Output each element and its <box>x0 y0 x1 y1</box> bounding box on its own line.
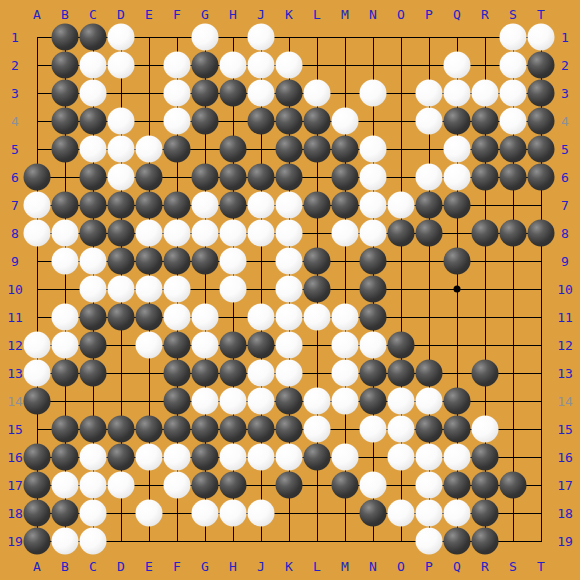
row-label-right-1: 1 <box>561 31 569 44</box>
row-label-right-3: 3 <box>561 87 569 100</box>
column-label-top-C: C <box>89 8 97 21</box>
white-stone-C5 <box>80 136 107 163</box>
white-stone-J16 <box>248 444 275 471</box>
white-stone-H14 <box>220 388 247 415</box>
black-stone-P13 <box>416 360 443 387</box>
black-stone-H17 <box>220 472 247 499</box>
row-label-left-16: 16 <box>7 451 23 464</box>
black-stone-B2 <box>52 52 79 79</box>
white-stone-M13 <box>332 360 359 387</box>
black-stone-F5 <box>164 136 191 163</box>
black-stone-A6 <box>24 164 51 191</box>
white-stone-E18 <box>136 500 163 527</box>
black-stone-H12 <box>220 332 247 359</box>
black-stone-L5 <box>304 136 331 163</box>
row-label-left-5: 5 <box>11 143 19 156</box>
white-stone-H18 <box>220 500 247 527</box>
white-stone-C19 <box>80 528 107 555</box>
black-stone-K17 <box>276 472 303 499</box>
white-stone-C9 <box>80 248 107 275</box>
black-stone-L9 <box>304 248 331 275</box>
column-label-bottom-G: G <box>201 560 209 573</box>
white-stone-Q5 <box>444 136 471 163</box>
white-stone-K11 <box>276 304 303 331</box>
black-stone-R17 <box>472 472 499 499</box>
black-stone-H3 <box>220 80 247 107</box>
black-stone-K6 <box>276 164 303 191</box>
black-stone-T8 <box>528 220 555 247</box>
white-stone-J11 <box>248 304 275 331</box>
black-stone-T3 <box>528 80 555 107</box>
row-label-right-13: 13 <box>557 367 573 380</box>
black-stone-B16 <box>52 444 79 471</box>
black-stone-K15 <box>276 416 303 443</box>
black-stone-G9 <box>192 248 219 275</box>
row-label-right-5: 5 <box>561 143 569 156</box>
white-stone-T1 <box>528 24 555 51</box>
white-stone-B8 <box>52 220 79 247</box>
black-stone-G3 <box>192 80 219 107</box>
white-stone-P3 <box>416 80 443 107</box>
black-stone-L7 <box>304 192 331 219</box>
black-stone-N18 <box>360 500 387 527</box>
white-stone-C3 <box>80 80 107 107</box>
black-stone-A16 <box>24 444 51 471</box>
black-stone-C13 <box>80 360 107 387</box>
white-stone-N3 <box>360 80 387 107</box>
white-stone-K12 <box>276 332 303 359</box>
row-label-left-10: 10 <box>7 283 23 296</box>
white-stone-G18 <box>192 500 219 527</box>
white-stone-G14 <box>192 388 219 415</box>
black-stone-R19 <box>472 528 499 555</box>
white-stone-K16 <box>276 444 303 471</box>
column-label-bottom-N: N <box>369 560 377 573</box>
black-stone-R16 <box>472 444 499 471</box>
white-stone-J18 <box>248 500 275 527</box>
column-label-top-T: T <box>537 8 545 21</box>
black-stone-C1 <box>80 24 107 51</box>
black-stone-F13 <box>164 360 191 387</box>
row-label-right-4: 4 <box>561 115 569 128</box>
row-label-left-6: 6 <box>11 171 19 184</box>
black-stone-P8 <box>416 220 443 247</box>
column-label-top-Q: Q <box>453 8 461 21</box>
white-stone-B17 <box>52 472 79 499</box>
white-stone-F10 <box>164 276 191 303</box>
column-label-bottom-F: F <box>173 560 181 573</box>
column-label-top-K: K <box>285 8 293 21</box>
white-stone-J8 <box>248 220 275 247</box>
white-stone-Q16 <box>444 444 471 471</box>
row-label-right-17: 17 <box>557 479 573 492</box>
black-stone-N13 <box>360 360 387 387</box>
black-stone-A14 <box>24 388 51 415</box>
black-stone-C7 <box>80 192 107 219</box>
column-label-bottom-A: A <box>33 560 41 573</box>
white-stone-P16 <box>416 444 443 471</box>
white-stone-P6 <box>416 164 443 191</box>
white-stone-G8 <box>192 220 219 247</box>
white-stone-O18 <box>388 500 415 527</box>
white-stone-E8 <box>136 220 163 247</box>
white-stone-A7 <box>24 192 51 219</box>
row-label-left-4: 4 <box>11 115 19 128</box>
black-stone-B7 <box>52 192 79 219</box>
column-label-top-S: S <box>509 8 517 21</box>
black-stone-R18 <box>472 500 499 527</box>
column-label-bottom-R: R <box>481 560 489 573</box>
white-stone-F16 <box>164 444 191 471</box>
black-stone-B15 <box>52 416 79 443</box>
black-stone-C6 <box>80 164 107 191</box>
row-label-right-12: 12 <box>557 339 573 352</box>
black-stone-B18 <box>52 500 79 527</box>
black-stone-M5 <box>332 136 359 163</box>
black-stone-F14 <box>164 388 191 415</box>
black-stone-S6 <box>500 164 527 191</box>
black-stone-C12 <box>80 332 107 359</box>
black-stone-C11 <box>80 304 107 331</box>
white-stone-E5 <box>136 136 163 163</box>
white-stone-S3 <box>500 80 527 107</box>
black-stone-B13 <box>52 360 79 387</box>
white-stone-J13 <box>248 360 275 387</box>
white-stone-C16 <box>80 444 107 471</box>
white-stone-F2 <box>164 52 191 79</box>
white-stone-D2 <box>108 52 135 79</box>
white-stone-L15 <box>304 416 331 443</box>
row-label-right-15: 15 <box>557 423 573 436</box>
white-stone-E10 <box>136 276 163 303</box>
white-stone-J2 <box>248 52 275 79</box>
white-stone-L11 <box>304 304 331 331</box>
white-stone-O15 <box>388 416 415 443</box>
black-stone-B4 <box>52 108 79 135</box>
black-stone-T6 <box>528 164 555 191</box>
black-stone-B5 <box>52 136 79 163</box>
column-label-top-E: E <box>145 8 153 21</box>
white-stone-M11 <box>332 304 359 331</box>
black-stone-Q9 <box>444 248 471 275</box>
white-stone-S4 <box>500 108 527 135</box>
row-label-right-9: 9 <box>561 255 569 268</box>
black-stone-G15 <box>192 416 219 443</box>
row-label-right-8: 8 <box>561 227 569 240</box>
white-stone-E12 <box>136 332 163 359</box>
black-stone-Q7 <box>444 192 471 219</box>
black-stone-Q14 <box>444 388 471 415</box>
row-label-right-7: 7 <box>561 199 569 212</box>
black-stone-D9 <box>108 248 135 275</box>
column-label-top-J: J <box>257 8 265 21</box>
black-stone-G4 <box>192 108 219 135</box>
white-stone-H16 <box>220 444 247 471</box>
black-stone-T5 <box>528 136 555 163</box>
column-label-top-N: N <box>369 8 377 21</box>
black-stone-E7 <box>136 192 163 219</box>
white-stone-K10 <box>276 276 303 303</box>
column-label-bottom-K: K <box>285 560 293 573</box>
black-stone-S17 <box>500 472 527 499</box>
white-stone-M12 <box>332 332 359 359</box>
white-stone-A13 <box>24 360 51 387</box>
black-stone-S5 <box>500 136 527 163</box>
black-stone-N9 <box>360 248 387 275</box>
black-stone-J4 <box>248 108 275 135</box>
white-stone-D4 <box>108 108 135 135</box>
white-stone-N5 <box>360 136 387 163</box>
column-label-bottom-C: C <box>89 560 97 573</box>
black-stone-N14 <box>360 388 387 415</box>
column-label-bottom-O: O <box>397 560 405 573</box>
white-stone-Q3 <box>444 80 471 107</box>
column-label-bottom-H: H <box>229 560 237 573</box>
row-label-left-1: 1 <box>11 31 19 44</box>
white-stone-S2 <box>500 52 527 79</box>
black-stone-R13 <box>472 360 499 387</box>
white-stone-H10 <box>220 276 247 303</box>
white-stone-F11 <box>164 304 191 331</box>
white-stone-N12 <box>360 332 387 359</box>
white-stone-H9 <box>220 248 247 275</box>
column-label-top-R: R <box>481 8 489 21</box>
white-stone-E16 <box>136 444 163 471</box>
white-stone-M14 <box>332 388 359 415</box>
black-stone-B3 <box>52 80 79 107</box>
black-stone-H7 <box>220 192 247 219</box>
black-stone-G16 <box>192 444 219 471</box>
black-stone-Q19 <box>444 528 471 555</box>
black-stone-K5 <box>276 136 303 163</box>
column-label-top-O: O <box>397 8 405 21</box>
column-label-top-L: L <box>313 8 321 21</box>
black-stone-R5 <box>472 136 499 163</box>
row-label-left-19: 19 <box>7 535 23 548</box>
white-stone-A8 <box>24 220 51 247</box>
white-stone-K7 <box>276 192 303 219</box>
column-label-bottom-L: L <box>313 560 321 573</box>
white-stone-Q18 <box>444 500 471 527</box>
black-stone-D7 <box>108 192 135 219</box>
black-stone-H5 <box>220 136 247 163</box>
row-label-left-7: 7 <box>11 199 19 212</box>
white-stone-B12 <box>52 332 79 359</box>
black-stone-E9 <box>136 248 163 275</box>
black-stone-A17 <box>24 472 51 499</box>
black-stone-A19 <box>24 528 51 555</box>
black-stone-C15 <box>80 416 107 443</box>
black-stone-Q15 <box>444 416 471 443</box>
black-stone-G17 <box>192 472 219 499</box>
go-board[interactable]: AABBCCDDEEFFGGHHJJKKLLMMNNOOPPQQRRSSTT11… <box>0 0 580 580</box>
black-stone-O8 <box>388 220 415 247</box>
column-label-bottom-T: T <box>537 560 545 573</box>
white-stone-G12 <box>192 332 219 359</box>
black-stone-H15 <box>220 416 247 443</box>
black-stone-T2 <box>528 52 555 79</box>
black-stone-D16 <box>108 444 135 471</box>
white-stone-D5 <box>108 136 135 163</box>
row-label-left-9: 9 <box>11 255 19 268</box>
row-label-right-6: 6 <box>561 171 569 184</box>
black-stone-F15 <box>164 416 191 443</box>
black-stone-Q4 <box>444 108 471 135</box>
black-stone-L10 <box>304 276 331 303</box>
white-stone-M16 <box>332 444 359 471</box>
white-stone-N8 <box>360 220 387 247</box>
black-stone-R6 <box>472 164 499 191</box>
white-stone-O14 <box>388 388 415 415</box>
white-stone-C18 <box>80 500 107 527</box>
black-stone-C4 <box>80 108 107 135</box>
row-label-left-14: 14 <box>7 395 23 408</box>
black-stone-R8 <box>472 220 499 247</box>
white-stone-P19 <box>416 528 443 555</box>
white-stone-Q6 <box>444 164 471 191</box>
white-stone-J1 <box>248 24 275 51</box>
row-label-left-3: 3 <box>11 87 19 100</box>
white-stone-P4 <box>416 108 443 135</box>
white-stone-N17 <box>360 472 387 499</box>
white-stone-H8 <box>220 220 247 247</box>
black-stone-H13 <box>220 360 247 387</box>
row-label-left-13: 13 <box>7 367 23 380</box>
white-stone-K13 <box>276 360 303 387</box>
white-stone-J14 <box>248 388 275 415</box>
black-stone-K14 <box>276 388 303 415</box>
white-stone-F3 <box>164 80 191 107</box>
white-stone-G7 <box>192 192 219 219</box>
column-label-top-A: A <box>33 8 41 21</box>
white-stone-Q2 <box>444 52 471 79</box>
column-label-bottom-Q: Q <box>453 560 461 573</box>
white-stone-M8 <box>332 220 359 247</box>
white-stone-L3 <box>304 80 331 107</box>
black-stone-E6 <box>136 164 163 191</box>
column-label-bottom-D: D <box>117 560 125 573</box>
black-stone-M17 <box>332 472 359 499</box>
black-stone-R4 <box>472 108 499 135</box>
row-label-left-18: 18 <box>7 507 23 520</box>
white-stone-S1 <box>500 24 527 51</box>
white-stone-G1 <box>192 24 219 51</box>
black-stone-G2 <box>192 52 219 79</box>
black-stone-P15 <box>416 416 443 443</box>
white-stone-B19 <box>52 528 79 555</box>
row-label-left-11: 11 <box>7 311 23 324</box>
black-stone-L4 <box>304 108 331 135</box>
row-label-left-2: 2 <box>11 59 19 72</box>
row-label-left-12: 12 <box>7 339 23 352</box>
column-label-bottom-S: S <box>509 560 517 573</box>
white-stone-R15 <box>472 416 499 443</box>
row-label-right-16: 16 <box>557 451 573 464</box>
black-stone-C8 <box>80 220 107 247</box>
black-stone-D15 <box>108 416 135 443</box>
black-stone-D11 <box>108 304 135 331</box>
white-stone-N6 <box>360 164 387 191</box>
row-label-left-15: 15 <box>7 423 23 436</box>
white-stone-K9 <box>276 248 303 275</box>
black-stone-N11 <box>360 304 387 331</box>
white-stone-H2 <box>220 52 247 79</box>
white-stone-J3 <box>248 80 275 107</box>
black-stone-J6 <box>248 164 275 191</box>
row-label-right-10: 10 <box>557 283 573 296</box>
black-stone-F7 <box>164 192 191 219</box>
black-stone-H6 <box>220 164 247 191</box>
white-stone-P17 <box>416 472 443 499</box>
white-stone-N7 <box>360 192 387 219</box>
white-stone-N15 <box>360 416 387 443</box>
black-stone-K4 <box>276 108 303 135</box>
column-label-bottom-B: B <box>61 560 69 573</box>
white-stone-F8 <box>164 220 191 247</box>
black-stone-Q17 <box>444 472 471 499</box>
black-stone-E11 <box>136 304 163 331</box>
row-label-left-8: 8 <box>11 227 19 240</box>
black-stone-L16 <box>304 444 331 471</box>
black-stone-P7 <box>416 192 443 219</box>
column-label-top-B: B <box>61 8 69 21</box>
black-stone-M7 <box>332 192 359 219</box>
black-stone-J15 <box>248 416 275 443</box>
column-label-top-H: H <box>229 8 237 21</box>
white-stone-F17 <box>164 472 191 499</box>
black-stone-M6 <box>332 164 359 191</box>
column-label-top-M: M <box>341 8 349 21</box>
white-stone-A12 <box>24 332 51 359</box>
row-label-right-11: 11 <box>557 311 573 324</box>
black-stone-O12 <box>388 332 415 359</box>
white-stone-D10 <box>108 276 135 303</box>
white-stone-J7 <box>248 192 275 219</box>
white-stone-D6 <box>108 164 135 191</box>
column-label-top-G: G <box>201 8 209 21</box>
column-label-top-P: P <box>425 8 433 21</box>
black-stone-S8 <box>500 220 527 247</box>
black-stone-O13 <box>388 360 415 387</box>
column-label-top-F: F <box>173 8 181 21</box>
white-stone-L14 <box>304 388 331 415</box>
row-label-right-14: 14 <box>557 395 573 408</box>
row-label-right-19: 19 <box>557 535 573 548</box>
black-stone-A18 <box>24 500 51 527</box>
white-stone-C10 <box>80 276 107 303</box>
white-stone-M4 <box>332 108 359 135</box>
row-label-right-2: 2 <box>561 59 569 72</box>
white-stone-C2 <box>80 52 107 79</box>
white-stone-O7 <box>388 192 415 219</box>
white-stone-D1 <box>108 24 135 51</box>
black-stone-G13 <box>192 360 219 387</box>
black-stone-K3 <box>276 80 303 107</box>
white-stone-P14 <box>416 388 443 415</box>
black-stone-J12 <box>248 332 275 359</box>
column-label-bottom-J: J <box>257 560 265 573</box>
column-label-bottom-E: E <box>145 560 153 573</box>
white-stone-K2 <box>276 52 303 79</box>
white-stone-D17 <box>108 472 135 499</box>
black-stone-D8 <box>108 220 135 247</box>
white-stone-O16 <box>388 444 415 471</box>
white-stone-B9 <box>52 248 79 275</box>
white-stone-R3 <box>472 80 499 107</box>
black-stone-N10 <box>360 276 387 303</box>
white-stone-F4 <box>164 108 191 135</box>
white-stone-B11 <box>52 304 79 331</box>
